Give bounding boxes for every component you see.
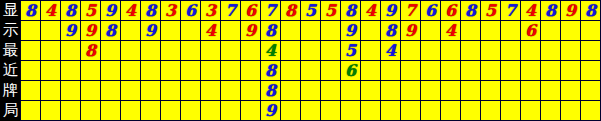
grid-cell-r6c27 [541, 101, 560, 120]
grid-cell-r3c28 [561, 41, 580, 60]
grid-cell-r5c22 [441, 81, 460, 100]
grid-cell-r6c28 [561, 101, 580, 120]
grid-cell-r4c9 [181, 61, 200, 80]
grid-cell-r2c9 [181, 21, 200, 40]
grid-cell-r4c2 [41, 61, 60, 80]
grid-cell-r6c1 [21, 101, 40, 120]
grid-cell-r4c1 [21, 61, 40, 80]
grid-cell-r4c4 [81, 61, 100, 80]
grid-cell-r2c19: 8 [381, 21, 400, 40]
grid-cell-r5c27 [541, 81, 560, 100]
grid-cell-r6c18 [361, 101, 380, 120]
grid-cell-r3c21 [421, 41, 440, 60]
grid-cell-r2c11 [221, 21, 240, 40]
grid-cell-r3c6 [121, 41, 140, 60]
grid-cell-r3c15 [301, 41, 320, 60]
grid-cell-r6c2 [41, 101, 60, 120]
grid-cell-r6c14 [281, 101, 300, 120]
grid-cell-r6c10 [201, 101, 220, 120]
grid-cell-r6c15 [301, 101, 320, 120]
grid-cell-r2c10: 4 [201, 21, 220, 40]
grid-cell-r3c11 [221, 41, 240, 60]
grid-cell-r4c29 [581, 61, 600, 80]
grid-cell-r2c13: 8 [261, 21, 280, 40]
grid-cell-r6c3 [61, 101, 80, 120]
label-char: 示 [2, 23, 18, 38]
grid-cell-r5c2 [41, 81, 60, 100]
grid-cell-r4c12 [241, 61, 260, 80]
grid-cell-r1c23: 8 [461, 1, 480, 20]
grid-cell-r2c7: 9 [141, 21, 160, 40]
grid-cell-r1c3: 8 [61, 1, 80, 20]
grid-cell-r1c2: 4 [41, 1, 60, 20]
grid-cell-r4c16 [321, 61, 340, 80]
grid-cell-r4c6 [121, 61, 140, 80]
grid-cell-r2c27 [541, 21, 560, 40]
grid-cell-r1c1: 8 [21, 1, 40, 20]
grid-cell-r3c2 [41, 41, 60, 60]
label-char: 显 [2, 3, 18, 18]
grid-cell-r1c17: 8 [341, 1, 360, 20]
grid-cell-r3c23 [461, 41, 480, 60]
grid-cell-r6c11 [221, 101, 240, 120]
grid-cell-r6c12 [241, 101, 260, 120]
grid-cell-r5c14 [281, 81, 300, 100]
grid-cell-r5c9 [181, 81, 200, 100]
grid-cell-r6c16 [321, 101, 340, 120]
grid-cell-r5c4 [81, 81, 100, 100]
grid-cell-r4c19 [381, 61, 400, 80]
grid-cell-r6c5 [101, 101, 120, 120]
grid-cell-r5c10 [201, 81, 220, 100]
grid-cell-r2c25 [501, 21, 520, 40]
grid-cell-r3c14 [281, 41, 300, 60]
grid-cell-r3c10 [201, 41, 220, 60]
grid-cell-r1c5: 9 [101, 1, 120, 20]
grid-cell-r5c5 [101, 81, 120, 100]
grid-cell-r1c28: 9 [561, 1, 580, 20]
grid-cell-r1c7: 8 [141, 1, 160, 20]
grid-cell-r1c13: 7 [261, 1, 280, 20]
grid-cell-r6c7 [141, 101, 160, 120]
grid-cell-r1c18: 4 [361, 1, 380, 20]
label-char: 牌 [2, 83, 18, 98]
grid-cell-r2c15 [301, 21, 320, 40]
grid-cell-r1c24: 5 [481, 1, 500, 20]
grid-cell-r1c20: 7 [401, 1, 420, 20]
grid-cell-r5c28 [561, 81, 580, 100]
grid-cell-r4c22 [441, 61, 460, 80]
grid-cell-r1c11: 7 [221, 1, 240, 20]
grid-cell-r2c3: 9 [61, 21, 80, 40]
grid-cell-r4c11 [221, 61, 240, 80]
grid-cell-r4c15 [301, 61, 320, 80]
grid-cell-r6c4 [81, 101, 100, 120]
grid-cell-r4c13: 8 [261, 61, 280, 80]
grid-cell-r4c3 [61, 61, 80, 80]
grid-cell-r3c3 [61, 41, 80, 60]
grid-cell-r6c6 [121, 101, 140, 120]
grid-cell-r2c23 [461, 21, 480, 40]
grid-cell-r3c27 [541, 41, 560, 60]
grid-cell-r3c13: 4 [261, 41, 280, 60]
grid-cell-r6c9 [181, 101, 200, 120]
grid-cell-r4c5 [101, 61, 120, 80]
grid-cell-r3c4: 8 [81, 41, 100, 60]
grid-cell-r6c8 [161, 101, 180, 120]
grid-cell-r5c25 [501, 81, 520, 100]
grid-cell-r4c10 [201, 61, 220, 80]
grid-cell-r3c20 [401, 41, 420, 60]
grid-cell-r6c13: 9 [261, 101, 280, 120]
grid-cell-r5c29 [581, 81, 600, 100]
grid-cell-r4c20 [401, 61, 420, 80]
grid-cell-r2c14 [281, 21, 300, 40]
grid-cell-r6c22 [441, 101, 460, 120]
grid-cell-r3c16 [321, 41, 340, 60]
grid-cell-r3c22 [441, 41, 460, 60]
grid-cell-r1c15: 5 [301, 1, 320, 20]
grid-cell-r5c16 [321, 81, 340, 100]
grid-cell-r2c21 [421, 21, 440, 40]
grid-cell-r5c20 [401, 81, 420, 100]
grid-cell-r3c24 [481, 41, 500, 60]
grid-cell-r3c18 [361, 41, 380, 60]
grid-cell-r1c26: 4 [521, 1, 540, 20]
grid-cell-r5c12 [241, 81, 260, 100]
grid-cell-r4c25 [501, 61, 520, 80]
grid-cell-r3c8 [161, 41, 180, 60]
grid-cell-r6c24 [481, 101, 500, 120]
grid-cell-r6c20 [401, 101, 420, 120]
grid-cell-r1c25: 7 [501, 1, 520, 20]
grid-cell-r3c29 [581, 41, 600, 60]
grid-cell-r6c25 [501, 101, 520, 120]
grid-cell-r2c28 [561, 21, 580, 40]
grid-cell-r5c11 [221, 81, 240, 100]
grid-cell-r4c28 [561, 61, 580, 80]
grid-cell-r6c17 [341, 101, 360, 120]
grid-cell-r1c19: 9 [381, 1, 400, 20]
grid-cell-r3c19: 4 [381, 41, 400, 60]
grid-cell-r4c27 [541, 61, 560, 80]
grid-cell-r5c23 [461, 81, 480, 100]
grid-cell-r4c21 [421, 61, 440, 80]
grid-cell-r1c16: 5 [321, 1, 340, 20]
grid-cell-r2c17: 9 [341, 21, 360, 40]
grid-cell-r4c24 [481, 61, 500, 80]
grid-cell-r5c3 [61, 81, 80, 100]
grid-cell-r2c12: 9 [241, 21, 260, 40]
grid-cell-r5c21 [421, 81, 440, 100]
grid-cell-r2c16 [321, 21, 340, 40]
grid-cell-r3c25 [501, 41, 520, 60]
grid-cell-r1c9: 6 [181, 1, 200, 20]
grid-cell-r6c29 [581, 101, 600, 120]
grid-cell-r4c7 [141, 61, 160, 80]
grid-cell-r5c1 [21, 81, 40, 100]
grid-cell-r1c8: 3 [161, 1, 180, 20]
grid-cell-r2c18 [361, 21, 380, 40]
grid-cell-r2c22: 4 [441, 21, 460, 40]
recent-results-board: 显 示 最 近 牌 局 8485948363767855849766857489… [0, 0, 601, 121]
grid-cell-r5c15 [301, 81, 320, 100]
label-char: 近 [2, 63, 18, 78]
grid-cell-r1c10: 3 [201, 1, 220, 20]
grid-cell-r5c6 [121, 81, 140, 100]
grid-cell-r3c26 [521, 41, 540, 60]
grid-cell-r6c26 [521, 101, 540, 120]
grid-cell-r1c12: 6 [241, 1, 260, 20]
grid-cell-r5c26 [521, 81, 540, 100]
label-char: 最 [2, 43, 18, 58]
results-grid: 8485948363767855849766857489899894989894… [20, 0, 601, 121]
grid-cell-r2c29 [581, 21, 600, 40]
grid-cell-r4c26 [521, 61, 540, 80]
grid-cell-r4c18 [361, 61, 380, 80]
grid-cell-r2c5: 8 [101, 21, 120, 40]
grid-cell-r1c29: 8 [581, 1, 600, 20]
grid-cell-r1c22: 6 [441, 1, 460, 20]
grid-cell-r2c1 [21, 21, 40, 40]
grid-cell-r3c7 [141, 41, 160, 60]
grid-cell-r5c8 [161, 81, 180, 100]
grid-cell-r3c17: 5 [341, 41, 360, 60]
grid-cell-r2c2 [41, 21, 60, 40]
grid-cell-r2c26: 6 [521, 21, 540, 40]
grid-cell-r4c17: 6 [341, 61, 360, 80]
grid-cell-r2c4: 9 [81, 21, 100, 40]
grid-cell-r5c24 [481, 81, 500, 100]
grid-cell-r1c14: 8 [281, 1, 300, 20]
grid-cell-r5c18 [361, 81, 380, 100]
grid-cell-r3c1 [21, 41, 40, 60]
grid-cell-r6c23 [461, 101, 480, 120]
vertical-label: 显 示 最 近 牌 局 [0, 0, 20, 121]
grid-cell-r3c9 [181, 41, 200, 60]
grid-cell-r6c19 [381, 101, 400, 120]
grid-cell-r2c20: 9 [401, 21, 420, 40]
grid-cell-r3c5 [101, 41, 120, 60]
grid-cell-r5c7 [141, 81, 160, 100]
grid-cell-r2c8 [161, 21, 180, 40]
grid-cell-r5c19 [381, 81, 400, 100]
grid-cell-r1c27: 8 [541, 1, 560, 20]
grid-cell-r1c4: 5 [81, 1, 100, 20]
label-char: 局 [2, 103, 18, 118]
grid-cell-r2c24 [481, 21, 500, 40]
grid-cell-r2c6 [121, 21, 140, 40]
grid-cell-r3c12 [241, 41, 260, 60]
grid-cell-r6c21 [421, 101, 440, 120]
grid-cell-r4c14 [281, 61, 300, 80]
grid-cell-r1c6: 4 [121, 1, 140, 20]
grid-cell-r4c23 [461, 61, 480, 80]
grid-cell-r5c17 [341, 81, 360, 100]
grid-cell-r5c13: 8 [261, 81, 280, 100]
grid-cell-r4c8 [161, 61, 180, 80]
grid-cell-r1c21: 6 [421, 1, 440, 20]
